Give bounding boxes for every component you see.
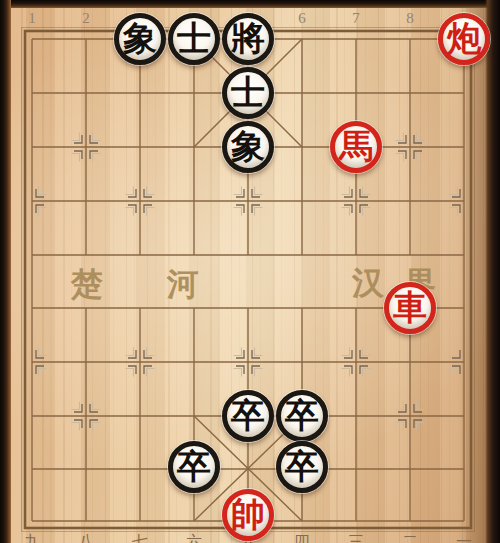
piece-black-soldier[interactable]: 卒: [222, 390, 274, 442]
piece-glyph: 馬: [339, 129, 373, 163]
xiangqi-board: 123456789 九八七六五四三二一 楚 河 汉 界 象士將炮士象馬車卒卒卒卒…: [0, 0, 500, 543]
piece-black-soldier[interactable]: 卒: [276, 441, 328, 493]
piece-black-elephant[interactable]: 象: [114, 13, 166, 65]
piece-black-soldier[interactable]: 卒: [168, 441, 220, 493]
piece-glyph: 卒: [285, 449, 319, 483]
piece-grid: 象士將炮士象馬車卒卒卒卒帥: [5, 12, 491, 539]
piece-red-cannon[interactable]: 炮: [438, 13, 490, 65]
piece-glyph: 士: [177, 21, 211, 55]
piece-black-advisor[interactable]: 士: [168, 13, 220, 65]
piece-glyph: 士: [231, 75, 265, 109]
piece-glyph: 象: [123, 21, 157, 55]
piece-glyph: 象: [231, 129, 265, 163]
piece-glyph: 帥: [231, 497, 265, 531]
piece-red-general[interactable]: 帥: [222, 489, 274, 541]
piece-black-elephant[interactable]: 象: [222, 121, 274, 173]
piece-black-advisor[interactable]: 士: [222, 67, 274, 119]
piece-glyph: 炮: [447, 21, 481, 55]
piece-glyph: 卒: [231, 398, 265, 432]
board-frame-top: [0, 0, 500, 8]
piece-red-horse[interactable]: 馬: [330, 121, 382, 173]
piece-black-soldier[interactable]: 卒: [276, 390, 328, 442]
piece-glyph: 卒: [177, 449, 211, 483]
piece-red-chariot[interactable]: 車: [384, 282, 436, 334]
piece-glyph: 車: [393, 290, 427, 324]
piece-glyph: 卒: [285, 398, 319, 432]
piece-glyph: 將: [231, 21, 265, 55]
piece-black-general[interactable]: 將: [222, 13, 274, 65]
